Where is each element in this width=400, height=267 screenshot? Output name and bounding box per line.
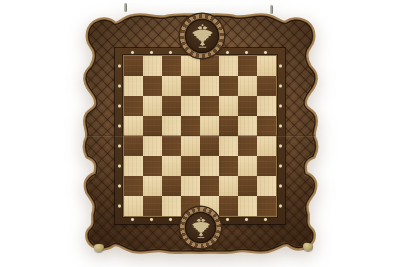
square-e4[interactable] [200,136,219,156]
square-b5[interactable] [143,116,162,136]
square-h1[interactable] [257,196,276,216]
square-f4[interactable] [219,136,238,156]
square-e8[interactable] [200,56,219,76]
square-b3[interactable] [143,156,162,176]
square-h7[interactable] [257,76,276,96]
square-d8[interactable] [181,56,200,76]
square-d2[interactable] [181,176,200,196]
square-c6[interactable] [162,96,181,116]
square-b4[interactable] [143,136,162,156]
square-c1[interactable] [162,196,181,216]
square-a8[interactable] [124,56,143,76]
square-a2[interactable] [124,176,143,196]
brass-foot-left [94,244,104,252]
square-e3[interactable] [200,156,219,176]
square-b8[interactable] [143,56,162,76]
eagle-medallion-top [180,14,224,58]
square-h4[interactable] [257,136,276,156]
square-h6[interactable] [257,96,276,116]
square-c4[interactable] [162,136,181,156]
product-photo [0,0,400,267]
square-g3[interactable] [238,156,257,176]
square-b7[interactable] [143,76,162,96]
square-f6[interactable] [219,96,238,116]
square-g1[interactable] [238,196,257,216]
square-g2[interactable] [238,176,257,196]
eagle-medallion-bottom [180,207,221,248]
square-a3[interactable] [124,156,143,176]
square-h8[interactable] [257,56,276,76]
square-h5[interactable] [257,116,276,136]
square-c7[interactable] [162,76,181,96]
latch-pin-right [270,5,273,14]
square-g8[interactable] [238,56,257,76]
square-h2[interactable] [257,176,276,196]
square-g6[interactable] [238,96,257,116]
square-g7[interactable] [238,76,257,96]
square-f3[interactable] [219,156,238,176]
square-c3[interactable] [162,156,181,176]
square-a5[interactable] [124,116,143,136]
square-g4[interactable] [238,136,257,156]
square-a7[interactable] [124,76,143,96]
square-a1[interactable] [124,196,143,216]
latch-pin-left [124,3,127,12]
medallion-field [185,19,219,53]
square-e6[interactable] [200,96,219,116]
square-d5[interactable] [181,116,200,136]
square-c5[interactable] [162,116,181,136]
square-d4[interactable] [181,136,200,156]
square-a4[interactable] [124,136,143,156]
double-headed-eagle-icon [189,216,213,240]
double-headed-eagle-icon [189,23,216,50]
chess-table [0,0,400,267]
square-e2[interactable] [200,176,219,196]
square-h3[interactable] [257,156,276,176]
square-e7[interactable] [200,76,219,96]
square-b2[interactable] [143,176,162,196]
square-f5[interactable] [219,116,238,136]
square-f2[interactable] [219,176,238,196]
square-c2[interactable] [162,176,181,196]
square-f7[interactable] [219,76,238,96]
square-c8[interactable] [162,56,181,76]
fold-seam [87,135,315,137]
square-f1[interactable] [219,196,238,216]
square-e5[interactable] [200,116,219,136]
square-d3[interactable] [181,156,200,176]
square-f8[interactable] [219,56,238,76]
square-a6[interactable] [124,96,143,116]
square-d7[interactable] [181,76,200,96]
medallion-field [185,212,216,243]
square-b1[interactable] [143,196,162,216]
square-b6[interactable] [143,96,162,116]
square-g5[interactable] [238,116,257,136]
square-d6[interactable] [181,96,200,116]
